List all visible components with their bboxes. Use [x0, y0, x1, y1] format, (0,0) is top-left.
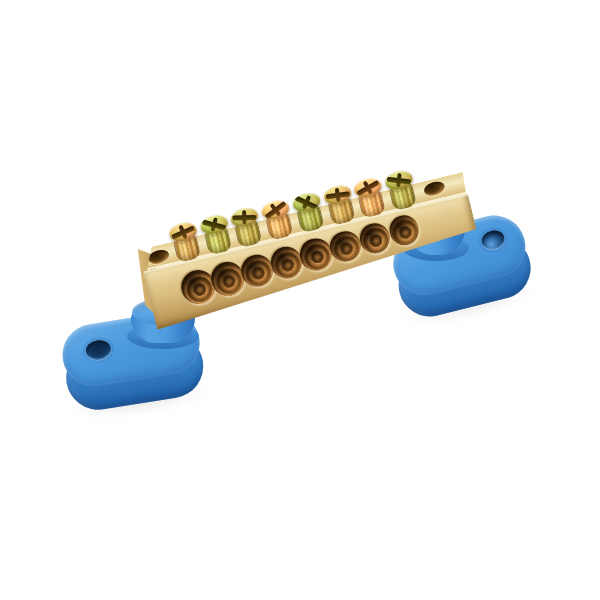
wire-hole [387, 213, 422, 248]
wire-hole [327, 228, 364, 265]
screw-cross-slot [242, 210, 247, 224]
screw-cross-slot [396, 173, 402, 187]
end-screw-hole-right [422, 179, 446, 198]
wire-hole [297, 236, 335, 274]
end-screw-hole-left [147, 248, 171, 267]
screw-cross-slot [334, 188, 340, 202]
wire-hole [357, 220, 393, 256]
product-photo [0, 0, 600, 600]
